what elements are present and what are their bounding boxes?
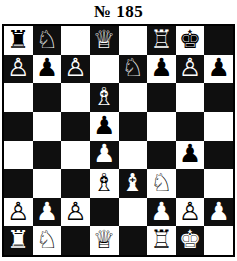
square-b4[interactable] xyxy=(33,141,62,170)
square-h5[interactable] xyxy=(204,112,233,141)
piece-black-queen: ♕ xyxy=(93,27,115,52)
piece-white-pawn: ♟ xyxy=(93,141,115,166)
square-c6[interactable] xyxy=(61,83,90,112)
square-g3[interactable] xyxy=(176,169,205,198)
square-d8[interactable]: ♕ xyxy=(90,26,119,55)
square-h4[interactable] xyxy=(204,141,233,170)
square-d3[interactable]: ♗ xyxy=(90,169,119,198)
square-a3[interactable] xyxy=(4,169,33,198)
square-g6[interactable] xyxy=(176,83,205,112)
square-d5[interactable]: ♟ xyxy=(90,112,119,141)
square-a1[interactable]: ♜ xyxy=(4,226,33,255)
piece-white-rook: ♜ xyxy=(7,227,29,252)
square-e7[interactable]: ♘ xyxy=(119,55,148,84)
square-e3[interactable]: ♝ xyxy=(119,169,148,198)
square-g4[interactable]: ♟ xyxy=(176,141,205,170)
piece-black-rook: ♜ xyxy=(7,27,29,52)
square-c8[interactable] xyxy=(61,26,90,55)
square-e6[interactable] xyxy=(119,83,148,112)
piece-white-bishop: ♗ xyxy=(93,170,115,195)
piece-white-knight: ♘ xyxy=(36,227,58,252)
square-b3[interactable] xyxy=(33,169,62,198)
square-d1[interactable]: ♕ xyxy=(90,226,119,255)
square-f6[interactable] xyxy=(147,83,176,112)
square-f1[interactable]: ♖ xyxy=(147,226,176,255)
square-c7[interactable]: ♙ xyxy=(61,55,90,84)
square-h2[interactable]: ♟ xyxy=(204,198,233,227)
square-e8[interactable] xyxy=(119,26,148,55)
square-c4[interactable] xyxy=(61,141,90,170)
piece-black-king: ♚ xyxy=(179,27,201,52)
square-h3[interactable] xyxy=(204,169,233,198)
square-e5[interactable] xyxy=(119,112,148,141)
piece-black-pawn: ♙ xyxy=(7,55,29,80)
piece-white-queen: ♕ xyxy=(93,227,115,252)
piece-black-pawn: ♟ xyxy=(150,55,172,80)
square-e4[interactable] xyxy=(119,141,148,170)
square-a8[interactable]: ♜ xyxy=(4,26,33,55)
piece-white-pawn: ♟ xyxy=(150,199,172,224)
square-c1[interactable] xyxy=(61,226,90,255)
square-g2[interactable]: ♙ xyxy=(176,198,205,227)
piece-white-bishop: ♝ xyxy=(122,170,144,195)
square-b8[interactable]: ♘ xyxy=(33,26,62,55)
piece-black-pawn: ♟ xyxy=(207,55,229,80)
square-f7[interactable]: ♟ xyxy=(147,55,176,84)
square-f8[interactable]: ♖ xyxy=(147,26,176,55)
piece-black-pawn: ♟ xyxy=(179,141,201,166)
square-g1[interactable]: ♚ xyxy=(176,226,205,255)
square-b5[interactable] xyxy=(33,112,62,141)
square-c2[interactable]: ♙ xyxy=(61,198,90,227)
square-g5[interactable] xyxy=(176,112,205,141)
square-a5[interactable] xyxy=(4,112,33,141)
piece-black-bishop: ♗ xyxy=(93,84,115,109)
square-h6[interactable] xyxy=(204,83,233,112)
square-f2[interactable]: ♟ xyxy=(147,198,176,227)
square-h1[interactable] xyxy=(204,226,233,255)
piece-black-pawn: ♙ xyxy=(64,55,86,80)
piece-black-knight: ♘ xyxy=(36,27,58,52)
page-title: № 185 xyxy=(0,0,237,24)
chess-board: ♜♘♕♖♚♙♟♙♘♟♙♟♗♟♟♟♗♝♘♙♟♙♟♙♟♜♘♕♖♚ xyxy=(2,24,235,257)
square-d7[interactable] xyxy=(90,55,119,84)
square-b2[interactable]: ♟ xyxy=(33,198,62,227)
square-d2[interactable] xyxy=(90,198,119,227)
square-a4[interactable] xyxy=(4,141,33,170)
square-g7[interactable]: ♙ xyxy=(176,55,205,84)
square-c3[interactable] xyxy=(61,169,90,198)
piece-white-pawn: ♙ xyxy=(64,199,86,224)
square-b6[interactable] xyxy=(33,83,62,112)
piece-white-rook: ♖ xyxy=(150,227,172,252)
square-a7[interactable]: ♙ xyxy=(4,55,33,84)
piece-black-knight: ♘ xyxy=(122,55,144,80)
piece-white-pawn: ♙ xyxy=(7,199,29,224)
piece-white-pawn: ♟ xyxy=(207,199,229,224)
piece-white-king: ♚ xyxy=(179,227,201,252)
piece-black-pawn: ♟ xyxy=(36,55,58,80)
square-f5[interactable] xyxy=(147,112,176,141)
square-b1[interactable]: ♘ xyxy=(33,226,62,255)
square-c5[interactable] xyxy=(61,112,90,141)
piece-white-knight: ♘ xyxy=(150,170,172,195)
square-a6[interactable] xyxy=(4,83,33,112)
square-b7[interactable]: ♟ xyxy=(33,55,62,84)
piece-white-pawn: ♙ xyxy=(179,199,201,224)
square-e1[interactable] xyxy=(119,226,148,255)
square-h7[interactable]: ♟ xyxy=(204,55,233,84)
piece-black-rook: ♖ xyxy=(150,27,172,52)
square-h8[interactable] xyxy=(204,26,233,55)
piece-black-pawn: ♟ xyxy=(93,113,115,138)
square-f3[interactable]: ♘ xyxy=(147,169,176,198)
piece-white-pawn: ♟ xyxy=(36,199,58,224)
piece-black-pawn: ♙ xyxy=(179,55,201,80)
square-e2[interactable] xyxy=(119,198,148,227)
square-a2[interactable]: ♙ xyxy=(4,198,33,227)
square-d6[interactable]: ♗ xyxy=(90,83,119,112)
square-f4[interactable] xyxy=(147,141,176,170)
square-g8[interactable]: ♚ xyxy=(176,26,205,55)
square-d4[interactable]: ♟ xyxy=(90,141,119,170)
